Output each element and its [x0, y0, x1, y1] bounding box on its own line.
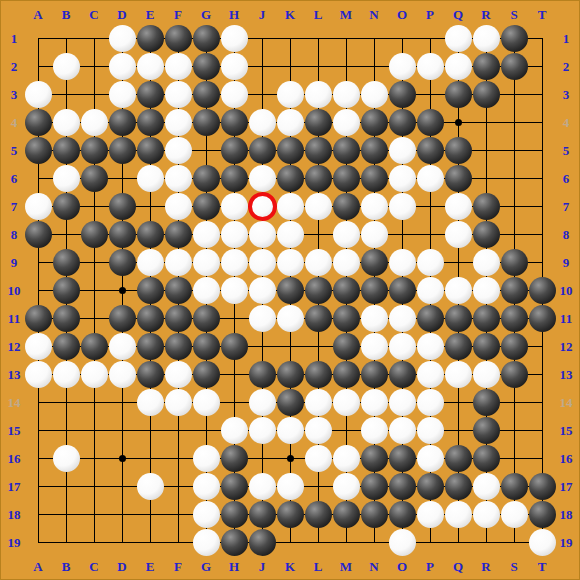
- row-label-right: 4: [563, 116, 570, 129]
- row-label-right: 8: [563, 228, 570, 241]
- white-stone-J10: [249, 277, 276, 304]
- column-label-bottom: O: [397, 560, 407, 573]
- black-stone-B9: [53, 249, 80, 276]
- black-stone-Q5: [445, 137, 472, 164]
- column-label-bottom: F: [174, 560, 182, 573]
- white-stone-D2: [109, 53, 136, 80]
- row-label-right: 14: [560, 396, 573, 409]
- white-stone-H15: [221, 417, 248, 444]
- white-stone-A12: [25, 333, 52, 360]
- row-label-left: 4: [11, 116, 18, 129]
- row-label-right: 6: [563, 172, 570, 185]
- white-stone-S18: [501, 501, 528, 528]
- white-stone-J4: [249, 109, 276, 136]
- white-stone-O5: [389, 137, 416, 164]
- black-stone-L5: [305, 137, 332, 164]
- black-stone-E1: [137, 25, 164, 52]
- white-stone-O12: [389, 333, 416, 360]
- black-stone-N5: [361, 137, 388, 164]
- black-stone-K14: [277, 389, 304, 416]
- black-stone-N17: [361, 473, 388, 500]
- row-label-left: 5: [11, 144, 18, 157]
- column-label-top: E: [146, 8, 155, 21]
- white-stone-D1: [109, 25, 136, 52]
- column-label-top: L: [314, 8, 323, 21]
- column-label-bottom: G: [201, 560, 211, 573]
- white-stone-O11: [389, 305, 416, 332]
- white-stone-M9: [333, 249, 360, 276]
- white-stone-D13: [109, 361, 136, 388]
- white-stone-R13: [473, 361, 500, 388]
- black-stone-K6: [277, 165, 304, 192]
- white-stone-E6: [137, 165, 164, 192]
- white-stone-N12: [361, 333, 388, 360]
- black-stone-C12: [81, 333, 108, 360]
- black-stone-F11: [165, 305, 192, 332]
- black-stone-S13: [501, 361, 528, 388]
- white-stone-F3: [165, 81, 192, 108]
- white-stone-N7: [361, 193, 388, 220]
- white-stone-B16: [53, 445, 80, 472]
- white-stone-H2: [221, 53, 248, 80]
- column-label-bottom: R: [481, 560, 490, 573]
- white-stone-C4: [81, 109, 108, 136]
- column-label-bottom: A: [33, 560, 42, 573]
- white-stone-P13: [417, 361, 444, 388]
- black-stone-M11: [333, 305, 360, 332]
- black-stone-L13: [305, 361, 332, 388]
- row-label-left: 2: [11, 60, 18, 73]
- column-label-top: S: [510, 8, 517, 21]
- column-label-bottom: N: [369, 560, 378, 573]
- column-label-top: J: [259, 8, 266, 21]
- white-stone-F2: [165, 53, 192, 80]
- black-stone-N16: [361, 445, 388, 472]
- white-stone-J9: [249, 249, 276, 276]
- white-stone-T19: [529, 529, 556, 556]
- black-stone-Q3: [445, 81, 472, 108]
- black-stone-N18: [361, 501, 388, 528]
- white-stone-K7: [277, 193, 304, 220]
- white-stone-G16: [193, 445, 220, 472]
- white-stone-O19: [389, 529, 416, 556]
- row-label-right: 17: [560, 480, 573, 493]
- white-stone-O9: [389, 249, 416, 276]
- column-label-top: R: [481, 8, 490, 21]
- white-stone-G19: [193, 529, 220, 556]
- white-stone-G9: [193, 249, 220, 276]
- white-stone-C13: [81, 361, 108, 388]
- white-stone-F7: [165, 193, 192, 220]
- column-label-top: D: [117, 8, 126, 21]
- white-stone-K17: [277, 473, 304, 500]
- column-label-bottom: Q: [453, 560, 463, 573]
- black-stone-T17: [529, 473, 556, 500]
- black-stone-J18: [249, 501, 276, 528]
- row-label-right: 3: [563, 88, 570, 101]
- black-stone-R3: [473, 81, 500, 108]
- black-stone-E13: [137, 361, 164, 388]
- black-stone-N6: [361, 165, 388, 192]
- black-stone-O13: [389, 361, 416, 388]
- black-stone-E5: [137, 137, 164, 164]
- black-stone-G12: [193, 333, 220, 360]
- white-stone-R9: [473, 249, 500, 276]
- black-stone-S12: [501, 333, 528, 360]
- black-stone-B10: [53, 277, 80, 304]
- hoshi-dot: [119, 287, 126, 294]
- black-stone-E11: [137, 305, 164, 332]
- black-stone-H17: [221, 473, 248, 500]
- white-stone-J15: [249, 417, 276, 444]
- white-stone-F6: [165, 165, 192, 192]
- white-stone-K11: [277, 305, 304, 332]
- row-label-right: 10: [560, 284, 573, 297]
- black-stone-O10: [389, 277, 416, 304]
- row-label-right: 19: [560, 536, 573, 549]
- black-stone-S10: [501, 277, 528, 304]
- black-stone-M6: [333, 165, 360, 192]
- black-stone-C6: [81, 165, 108, 192]
- black-stone-G7: [193, 193, 220, 220]
- row-label-right: 1: [563, 32, 570, 45]
- black-stone-Q12: [445, 333, 472, 360]
- white-stone-R18: [473, 501, 500, 528]
- white-stone-G10: [193, 277, 220, 304]
- row-label-left: 16: [8, 452, 21, 465]
- column-label-top: B: [62, 8, 71, 21]
- black-stone-S17: [501, 473, 528, 500]
- black-stone-Q11: [445, 305, 472, 332]
- row-label-left: 8: [11, 228, 18, 241]
- row-label-left: 1: [11, 32, 18, 45]
- grid-line: [38, 542, 543, 543]
- row-label-left: 9: [11, 256, 18, 269]
- black-stone-A8: [25, 221, 52, 248]
- white-stone-G14: [193, 389, 220, 416]
- black-stone-L6: [305, 165, 332, 192]
- column-label-bottom: D: [117, 560, 126, 573]
- row-label-right: 12: [560, 340, 573, 353]
- white-stone-E2: [137, 53, 164, 80]
- white-stone-O7: [389, 193, 416, 220]
- black-stone-O3: [389, 81, 416, 108]
- black-stone-N13: [361, 361, 388, 388]
- white-stone-A3: [25, 81, 52, 108]
- white-stone-L16: [305, 445, 332, 472]
- white-stone-P15: [417, 417, 444, 444]
- white-stone-R17: [473, 473, 500, 500]
- black-stone-T11: [529, 305, 556, 332]
- black-stone-K10: [277, 277, 304, 304]
- black-stone-O16: [389, 445, 416, 472]
- black-stone-N4: [361, 109, 388, 136]
- black-stone-G6: [193, 165, 220, 192]
- white-stone-H8: [221, 221, 248, 248]
- row-label-right: 18: [560, 508, 573, 521]
- row-label-left: 14: [8, 396, 21, 409]
- last-move-marker: [248, 192, 277, 221]
- black-stone-J13: [249, 361, 276, 388]
- white-stone-B13: [53, 361, 80, 388]
- black-stone-K13: [277, 361, 304, 388]
- black-stone-G3: [193, 81, 220, 108]
- column-label-top: N: [369, 8, 378, 21]
- column-label-top: M: [340, 8, 352, 21]
- black-stone-D5: [109, 137, 136, 164]
- black-stone-G4: [193, 109, 220, 136]
- row-label-left: 15: [8, 424, 21, 437]
- black-stone-S9: [501, 249, 528, 276]
- white-stone-H7: [221, 193, 248, 220]
- column-label-bottom: E: [146, 560, 155, 573]
- white-stone-L14: [305, 389, 332, 416]
- black-stone-G1: [193, 25, 220, 52]
- black-stone-O18: [389, 501, 416, 528]
- white-stone-G18: [193, 501, 220, 528]
- white-stone-B6: [53, 165, 80, 192]
- white-stone-G17: [193, 473, 220, 500]
- black-stone-Q16: [445, 445, 472, 472]
- column-label-bottom: K: [285, 560, 295, 573]
- row-label-right: 9: [563, 256, 570, 269]
- black-stone-R11: [473, 305, 500, 332]
- white-stone-O2: [389, 53, 416, 80]
- white-stone-L7: [305, 193, 332, 220]
- black-stone-S11: [501, 305, 528, 332]
- white-stone-A7: [25, 193, 52, 220]
- row-label-right: 7: [563, 200, 570, 213]
- white-stone-E17: [137, 473, 164, 500]
- column-label-top: C: [89, 8, 98, 21]
- white-stone-H10: [221, 277, 248, 304]
- column-label-top: G: [201, 8, 211, 21]
- row-label-right: 11: [560, 312, 572, 325]
- white-stone-R10: [473, 277, 500, 304]
- white-stone-N15: [361, 417, 388, 444]
- white-stone-H1: [221, 25, 248, 52]
- white-stone-P16: [417, 445, 444, 472]
- black-stone-Q17: [445, 473, 472, 500]
- white-stone-Q2: [445, 53, 472, 80]
- hoshi-dot: [287, 455, 294, 462]
- white-stone-M4: [333, 109, 360, 136]
- black-stone-M10: [333, 277, 360, 304]
- white-stone-Q1: [445, 25, 472, 52]
- column-label-bottom: H: [229, 560, 239, 573]
- black-stone-F10: [165, 277, 192, 304]
- white-stone-L3: [305, 81, 332, 108]
- black-stone-E12: [137, 333, 164, 360]
- hoshi-dot: [455, 119, 462, 126]
- row-label-right: 13: [560, 368, 573, 381]
- white-stone-G8: [193, 221, 220, 248]
- black-stone-H18: [221, 501, 248, 528]
- black-stone-R15: [473, 417, 500, 444]
- black-stone-P4: [417, 109, 444, 136]
- white-stone-Q7: [445, 193, 472, 220]
- row-label-left: 12: [8, 340, 21, 353]
- black-stone-L11: [305, 305, 332, 332]
- black-stone-C8: [81, 221, 108, 248]
- column-label-bottom: B: [62, 560, 71, 573]
- white-stone-J6: [249, 165, 276, 192]
- black-stone-D4: [109, 109, 136, 136]
- row-label-left: 19: [8, 536, 21, 549]
- row-label-right: 16: [560, 452, 573, 465]
- white-stone-Q8: [445, 221, 472, 248]
- white-stone-M8: [333, 221, 360, 248]
- white-stone-P2: [417, 53, 444, 80]
- white-stone-N11: [361, 305, 388, 332]
- black-stone-B12: [53, 333, 80, 360]
- white-stone-F9: [165, 249, 192, 276]
- white-stone-L9: [305, 249, 332, 276]
- black-stone-H19: [221, 529, 248, 556]
- white-stone-L15: [305, 417, 332, 444]
- white-stone-F14: [165, 389, 192, 416]
- black-stone-T18: [529, 501, 556, 528]
- white-stone-K9: [277, 249, 304, 276]
- black-stone-A4: [25, 109, 52, 136]
- black-stone-F8: [165, 221, 192, 248]
- black-stone-H12: [221, 333, 248, 360]
- black-stone-S2: [501, 53, 528, 80]
- black-stone-J19: [249, 529, 276, 556]
- white-stone-P6: [417, 165, 444, 192]
- black-stone-G11: [193, 305, 220, 332]
- white-stone-J8: [249, 221, 276, 248]
- black-stone-H6: [221, 165, 248, 192]
- black-stone-G13: [193, 361, 220, 388]
- row-label-right: 5: [563, 144, 570, 157]
- black-stone-S1: [501, 25, 528, 52]
- black-stone-R7: [473, 193, 500, 220]
- column-label-bottom: M: [340, 560, 352, 573]
- black-stone-D7: [109, 193, 136, 220]
- black-stone-J5: [249, 137, 276, 164]
- white-stone-J17: [249, 473, 276, 500]
- row-label-left: 13: [8, 368, 21, 381]
- black-stone-M5: [333, 137, 360, 164]
- white-stone-O14: [389, 389, 416, 416]
- column-label-top: T: [538, 8, 547, 21]
- black-stone-G2: [193, 53, 220, 80]
- black-stone-O4: [389, 109, 416, 136]
- row-label-left: 17: [8, 480, 21, 493]
- black-stone-F1: [165, 25, 192, 52]
- black-stone-A5: [25, 137, 52, 164]
- black-stone-D11: [109, 305, 136, 332]
- row-label-left: 3: [11, 88, 18, 101]
- white-stone-O15: [389, 417, 416, 444]
- white-stone-P18: [417, 501, 444, 528]
- white-stone-Q10: [445, 277, 472, 304]
- white-stone-M14: [333, 389, 360, 416]
- black-stone-M18: [333, 501, 360, 528]
- black-stone-H5: [221, 137, 248, 164]
- black-stone-C5: [81, 137, 108, 164]
- black-stone-B7: [53, 193, 80, 220]
- column-label-top: O: [397, 8, 407, 21]
- white-stone-H3: [221, 81, 248, 108]
- black-stone-B11: [53, 305, 80, 332]
- row-label-left: 7: [11, 200, 18, 213]
- black-stone-L4: [305, 109, 332, 136]
- column-label-top: F: [174, 8, 182, 21]
- white-stone-F5: [165, 137, 192, 164]
- black-stone-P17: [417, 473, 444, 500]
- column-label-bottom: S: [510, 560, 517, 573]
- white-stone-J14: [249, 389, 276, 416]
- white-stone-E14: [137, 389, 164, 416]
- column-label-top: K: [285, 8, 295, 21]
- black-stone-O17: [389, 473, 416, 500]
- black-stone-H4: [221, 109, 248, 136]
- white-stone-D12: [109, 333, 136, 360]
- white-stone-Q13: [445, 361, 472, 388]
- white-stone-M16: [333, 445, 360, 472]
- black-stone-T10: [529, 277, 556, 304]
- black-stone-Q6: [445, 165, 472, 192]
- white-stone-P12: [417, 333, 444, 360]
- black-stone-R12: [473, 333, 500, 360]
- white-stone-H9: [221, 249, 248, 276]
- white-stone-J11: [249, 305, 276, 332]
- white-stone-B4: [53, 109, 80, 136]
- white-stone-F4: [165, 109, 192, 136]
- white-stone-E9: [137, 249, 164, 276]
- black-stone-M12: [333, 333, 360, 360]
- column-label-bottom: T: [538, 560, 547, 573]
- row-label-right: 15: [560, 424, 573, 437]
- black-stone-K18: [277, 501, 304, 528]
- go-board[interactable]: AABBCCDDEEFFGGHHJJKKLLMMNNOOPPQQRRSSTT11…: [0, 0, 580, 580]
- column-label-top: Q: [453, 8, 463, 21]
- white-stone-Q18: [445, 501, 472, 528]
- black-stone-L18: [305, 501, 332, 528]
- black-stone-E10: [137, 277, 164, 304]
- column-label-bottom: J: [259, 560, 266, 573]
- black-stone-B5: [53, 137, 80, 164]
- row-label-left: 11: [8, 312, 20, 325]
- black-stone-E3: [137, 81, 164, 108]
- black-stone-R2: [473, 53, 500, 80]
- white-stone-A13: [25, 361, 52, 388]
- hoshi-dot: [119, 455, 126, 462]
- white-stone-N3: [361, 81, 388, 108]
- column-label-bottom: P: [426, 560, 434, 573]
- black-stone-R16: [473, 445, 500, 472]
- black-stone-R8: [473, 221, 500, 248]
- white-stone-K3: [277, 81, 304, 108]
- black-stone-P11: [417, 305, 444, 332]
- white-stone-M17: [333, 473, 360, 500]
- column-label-top: H: [229, 8, 239, 21]
- white-stone-N14: [361, 389, 388, 416]
- column-label-top: A: [33, 8, 42, 21]
- row-label-left: 10: [8, 284, 21, 297]
- white-stone-M3: [333, 81, 360, 108]
- column-label-bottom: C: [89, 560, 98, 573]
- black-stone-D8: [109, 221, 136, 248]
- black-stone-R14: [473, 389, 500, 416]
- black-stone-E8: [137, 221, 164, 248]
- black-stone-F12: [165, 333, 192, 360]
- black-stone-A11: [25, 305, 52, 332]
- row-label-left: 6: [11, 172, 18, 185]
- row-label-left: 18: [8, 508, 21, 521]
